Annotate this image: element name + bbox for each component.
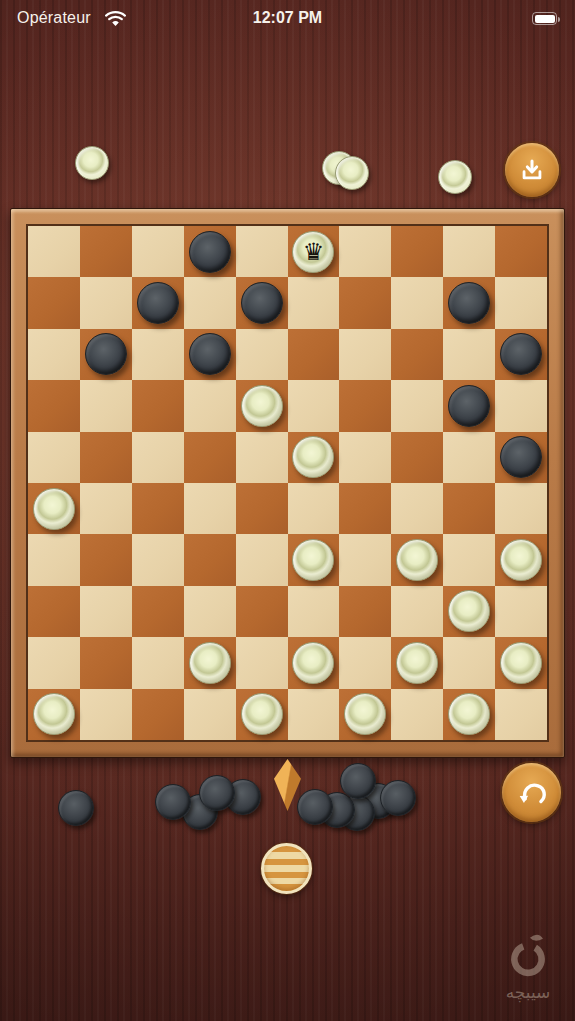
- undo-button[interactable]: [502, 763, 561, 822]
- board-square[interactable]: [80, 380, 132, 431]
- white-man[interactable]: [500, 642, 542, 684]
- board-square[interactable]: [339, 329, 391, 380]
- board-square[interactable]: [288, 277, 340, 328]
- black-man[interactable]: [189, 231, 231, 273]
- board-square[interactable]: [236, 329, 288, 380]
- king-crown-icon: ♛: [293, 232, 333, 272]
- board-square[interactable]: [339, 380, 391, 431]
- download-button[interactable]: [505, 143, 559, 197]
- captured-black-piece: [155, 784, 191, 820]
- board-square[interactable]: [184, 534, 236, 585]
- board-square[interactable]: [132, 586, 184, 637]
- board-square[interactable]: [132, 483, 184, 534]
- white-man[interactable]: [448, 693, 490, 735]
- board-square[interactable]: [391, 432, 443, 483]
- board-square[interactable]: [288, 380, 340, 431]
- board-square[interactable]: [28, 226, 80, 277]
- board-square[interactable]: [443, 586, 495, 637]
- board-square[interactable]: [443, 534, 495, 585]
- board-square[interactable]: [495, 534, 547, 585]
- board-square[interactable]: [132, 432, 184, 483]
- board-square[interactable]: [391, 637, 443, 688]
- apple-logo-icon: [502, 928, 554, 980]
- board-square[interactable]: [391, 534, 443, 585]
- captured-black-piece: [199, 775, 235, 811]
- board-square[interactable]: [443, 329, 495, 380]
- black-man[interactable]: [241, 282, 283, 324]
- board-square[interactable]: [236, 277, 288, 328]
- captured-black-piece: [340, 763, 376, 799]
- board-square[interactable]: [391, 483, 443, 534]
- board-square[interactable]: [288, 637, 340, 688]
- board-square[interactable]: [391, 226, 443, 277]
- board-square[interactable]: [184, 329, 236, 380]
- board-square[interactable]: [80, 226, 132, 277]
- board-square[interactable]: [28, 483, 80, 534]
- board-square[interactable]: [236, 432, 288, 483]
- white-man[interactable]: [241, 693, 283, 735]
- board-square[interactable]: [132, 380, 184, 431]
- board-grid: ♛: [26, 224, 549, 742]
- board-square[interactable]: [132, 226, 184, 277]
- white-man[interactable]: [448, 590, 490, 632]
- board-square[interactable]: [132, 637, 184, 688]
- board: ♛: [10, 208, 565, 758]
- watermark: سیبچه: [487, 928, 569, 1002]
- app-screen: Opérateur 12:07 PM ♛: [0, 0, 575, 1021]
- board-square[interactable]: [236, 380, 288, 431]
- board-square[interactable]: [339, 689, 391, 740]
- board-square[interactable]: [495, 226, 547, 277]
- board-square[interactable]: [339, 432, 391, 483]
- board-square[interactable]: [132, 277, 184, 328]
- board-square[interactable]: [184, 689, 236, 740]
- status-bar: Opérateur 12:07 PM: [0, 0, 575, 42]
- board-square[interactable]: [28, 329, 80, 380]
- board-square[interactable]: [339, 637, 391, 688]
- board-square[interactable]: [28, 689, 80, 740]
- board-square[interactable]: [339, 534, 391, 585]
- board-square[interactable]: [495, 586, 547, 637]
- board-square[interactable]: [443, 637, 495, 688]
- board-square[interactable]: [28, 534, 80, 585]
- board-square[interactable]: [236, 586, 288, 637]
- black-man[interactable]: [448, 282, 490, 324]
- captured-black-piece: [380, 780, 416, 816]
- board-square[interactable]: [443, 689, 495, 740]
- white-man[interactable]: [292, 642, 334, 684]
- board-square[interactable]: [80, 329, 132, 380]
- captured-white-piece: [335, 156, 369, 190]
- board-square[interactable]: [132, 329, 184, 380]
- board-square[interactable]: [288, 432, 340, 483]
- board-square[interactable]: [184, 586, 236, 637]
- white-man[interactable]: [33, 488, 75, 530]
- board-square[interactable]: [80, 534, 132, 585]
- board-square[interactable]: [495, 380, 547, 431]
- board-square[interactable]: [80, 277, 132, 328]
- board-square[interactable]: [132, 689, 184, 740]
- board-square[interactable]: [288, 329, 340, 380]
- board-square[interactable]: [443, 226, 495, 277]
- black-man[interactable]: [448, 385, 490, 427]
- black-man[interactable]: [189, 333, 231, 375]
- board-square[interactable]: [80, 586, 132, 637]
- white-man[interactable]: [189, 642, 231, 684]
- board-square[interactable]: [339, 226, 391, 277]
- white-king[interactable]: ♛: [292, 231, 334, 273]
- black-man[interactable]: [85, 333, 127, 375]
- board-square[interactable]: [443, 277, 495, 328]
- board-square[interactable]: [391, 380, 443, 431]
- board-square[interactable]: [288, 483, 340, 534]
- board-square[interactable]: [236, 637, 288, 688]
- captured-white-piece: [75, 146, 109, 180]
- board-square[interactable]: [443, 483, 495, 534]
- board-square[interactable]: [495, 432, 547, 483]
- board-square[interactable]: [495, 329, 547, 380]
- board-square[interactable]: [236, 226, 288, 277]
- board-square[interactable]: [443, 432, 495, 483]
- board-square[interactable]: [184, 483, 236, 534]
- board-square[interactable]: [184, 380, 236, 431]
- white-man[interactable]: [33, 693, 75, 735]
- board-square[interactable]: [80, 483, 132, 534]
- board-square[interactable]: [391, 586, 443, 637]
- download-tray-icon: [518, 156, 546, 184]
- white-man[interactable]: [292, 539, 334, 581]
- battery-icon: [532, 12, 557, 25]
- board-square[interactable]: [80, 637, 132, 688]
- board-square[interactable]: [391, 689, 443, 740]
- board-square[interactable]: [184, 277, 236, 328]
- board-square[interactable]: [495, 637, 547, 688]
- board-square[interactable]: [28, 380, 80, 431]
- board-square[interactable]: [28, 277, 80, 328]
- board-square[interactable]: [339, 483, 391, 534]
- board-square[interactable]: [443, 380, 495, 431]
- board-square[interactable]: [495, 483, 547, 534]
- board-square[interactable]: [236, 689, 288, 740]
- board-square[interactable]: [391, 329, 443, 380]
- board-square[interactable]: [236, 534, 288, 585]
- white-man[interactable]: [500, 539, 542, 581]
- white-man[interactable]: [241, 385, 283, 427]
- board-square[interactable]: ♛: [288, 226, 340, 277]
- black-man[interactable]: [137, 282, 179, 324]
- black-man[interactable]: [500, 436, 542, 478]
- captured-white-piece: [438, 160, 472, 194]
- board-square[interactable]: [184, 226, 236, 277]
- clock: 12:07 PM: [0, 9, 575, 27]
- board-square[interactable]: [236, 483, 288, 534]
- menu-button[interactable]: [261, 843, 312, 894]
- board-square[interactable]: [339, 277, 391, 328]
- white-man[interactable]: [396, 642, 438, 684]
- black-man[interactable]: [500, 333, 542, 375]
- board-square[interactable]: [80, 432, 132, 483]
- board-square[interactable]: [288, 586, 340, 637]
- board-square[interactable]: [80, 689, 132, 740]
- board-square[interactable]: [288, 689, 340, 740]
- white-man[interactable]: [344, 693, 386, 735]
- watermark-text: سیبچه: [506, 982, 551, 1002]
- board-square[interactable]: [184, 432, 236, 483]
- board-square[interactable]: [495, 277, 547, 328]
- white-man[interactable]: [396, 539, 438, 581]
- board-square[interactable]: [495, 689, 547, 740]
- captured-black-piece: [58, 790, 94, 826]
- board-square[interactable]: [391, 277, 443, 328]
- board-square[interactable]: [184, 637, 236, 688]
- board-square[interactable]: [28, 637, 80, 688]
- undo-arrow-icon: [515, 776, 549, 810]
- white-man[interactable]: [292, 436, 334, 478]
- captured-black-piece: [297, 789, 333, 825]
- board-square[interactable]: [28, 432, 80, 483]
- board-square[interactable]: [288, 534, 340, 585]
- board-square[interactable]: [132, 534, 184, 585]
- board-square[interactable]: [28, 586, 80, 637]
- board-square[interactable]: [339, 586, 391, 637]
